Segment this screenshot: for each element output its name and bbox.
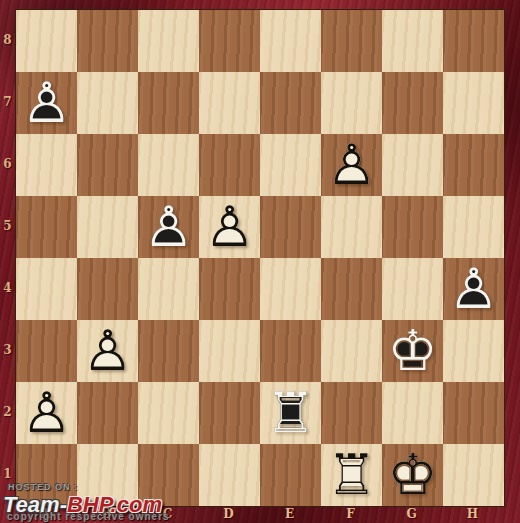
rank-label-6: 6 bbox=[0, 133, 15, 195]
white-pawn: ♟♙ bbox=[16, 382, 77, 444]
black-rook: ♜♖ bbox=[260, 382, 321, 444]
white-pawn: ♟♙ bbox=[77, 320, 138, 382]
square-d2[interactable] bbox=[199, 382, 260, 444]
square-a6[interactable] bbox=[16, 134, 77, 196]
rank-label-4: 4 bbox=[0, 257, 15, 319]
rank-label-8: 8 bbox=[0, 9, 15, 71]
rank-label-3: 3 bbox=[0, 319, 15, 381]
square-f2[interactable] bbox=[321, 382, 382, 444]
black-rook-outline: ♖ bbox=[265, 385, 315, 441]
square-b2[interactable] bbox=[77, 382, 138, 444]
square-a2[interactable]: ♟♙ bbox=[16, 382, 77, 444]
file-label-d: D bbox=[198, 505, 259, 523]
white-pawn: ♟♙ bbox=[199, 196, 260, 258]
square-c4[interactable] bbox=[138, 258, 199, 320]
square-c1[interactable] bbox=[138, 444, 199, 506]
square-g3[interactable]: ♚♔ bbox=[382, 320, 443, 382]
square-g7[interactable] bbox=[382, 72, 443, 134]
square-g6[interactable] bbox=[382, 134, 443, 196]
file-label-a: A bbox=[15, 505, 76, 523]
black-pawn: ♟♙ bbox=[16, 72, 77, 134]
square-g4[interactable] bbox=[382, 258, 443, 320]
black-pawn: ♟♙ bbox=[138, 196, 199, 258]
square-e6[interactable] bbox=[260, 134, 321, 196]
square-e5[interactable] bbox=[260, 196, 321, 258]
square-g5[interactable] bbox=[382, 196, 443, 258]
black-pawn-outline: ♙ bbox=[143, 199, 193, 255]
file-labels: ABCDEFGH bbox=[15, 505, 503, 523]
white-rook-outline: ♖ bbox=[326, 447, 376, 503]
square-d4[interactable] bbox=[199, 258, 260, 320]
black-pawn-outline: ♙ bbox=[448, 261, 498, 317]
square-f8[interactable] bbox=[321, 10, 382, 72]
square-c8[interactable] bbox=[138, 10, 199, 72]
square-d7[interactable] bbox=[199, 72, 260, 134]
square-e1[interactable] bbox=[260, 444, 321, 506]
square-h7[interactable] bbox=[443, 72, 504, 134]
square-a3[interactable] bbox=[16, 320, 77, 382]
rank-labels: 87654321 bbox=[0, 9, 15, 505]
black-pawn: ♟♙ bbox=[443, 258, 504, 320]
square-d1[interactable] bbox=[199, 444, 260, 506]
square-a5[interactable] bbox=[16, 196, 77, 258]
white-pawn-outline: ♙ bbox=[326, 137, 376, 193]
square-h1[interactable] bbox=[443, 444, 504, 506]
square-h4[interactable]: ♟♙ bbox=[443, 258, 504, 320]
square-e8[interactable] bbox=[260, 10, 321, 72]
rank-label-5: 5 bbox=[0, 195, 15, 257]
square-e4[interactable] bbox=[260, 258, 321, 320]
file-label-b: B bbox=[76, 505, 137, 523]
square-h3[interactable] bbox=[443, 320, 504, 382]
rank-label-2: 2 bbox=[0, 381, 15, 443]
white-pawn: ♟♙ bbox=[321, 134, 382, 196]
square-b3[interactable]: ♟♙ bbox=[77, 320, 138, 382]
square-f7[interactable] bbox=[321, 72, 382, 134]
file-label-g: G bbox=[381, 505, 442, 523]
square-a8[interactable] bbox=[16, 10, 77, 72]
square-h8[interactable] bbox=[443, 10, 504, 72]
square-c2[interactable] bbox=[138, 382, 199, 444]
square-f4[interactable] bbox=[321, 258, 382, 320]
file-label-e: E bbox=[259, 505, 320, 523]
black-pawn-outline: ♙ bbox=[21, 75, 71, 131]
square-b4[interactable] bbox=[77, 258, 138, 320]
file-label-f: F bbox=[320, 505, 381, 523]
square-g2[interactable] bbox=[382, 382, 443, 444]
white-pawn-outline: ♙ bbox=[82, 323, 132, 379]
square-a1[interactable] bbox=[16, 444, 77, 506]
square-g1[interactable]: ♚♔ bbox=[382, 444, 443, 506]
square-d6[interactable] bbox=[199, 134, 260, 196]
black-king-outline: ♔ bbox=[387, 323, 437, 379]
square-f5[interactable] bbox=[321, 196, 382, 258]
rank-label-1: 1 bbox=[0, 443, 15, 505]
square-b7[interactable] bbox=[77, 72, 138, 134]
square-e2[interactable]: ♜♖ bbox=[260, 382, 321, 444]
chess-diagram: 87654321 ♟♙♟♙♟♙♟♙♟♙♟♙♚♔♟♙♜♖♜♖♚♔ ABCDEFGH… bbox=[0, 0, 520, 523]
square-c5[interactable]: ♟♙ bbox=[138, 196, 199, 258]
square-b6[interactable] bbox=[77, 134, 138, 196]
square-e7[interactable] bbox=[260, 72, 321, 134]
square-f1[interactable]: ♜♖ bbox=[321, 444, 382, 506]
square-b8[interactable] bbox=[77, 10, 138, 72]
rank-label-7: 7 bbox=[0, 71, 15, 133]
square-c3[interactable] bbox=[138, 320, 199, 382]
square-d5[interactable]: ♟♙ bbox=[199, 196, 260, 258]
white-pawn-outline: ♙ bbox=[204, 199, 254, 255]
white-king: ♚♔ bbox=[382, 444, 443, 506]
square-c6[interactable] bbox=[138, 134, 199, 196]
file-label-h: H bbox=[442, 505, 503, 523]
square-h2[interactable] bbox=[443, 382, 504, 444]
square-h5[interactable] bbox=[443, 196, 504, 258]
square-f6[interactable]: ♟♙ bbox=[321, 134, 382, 196]
square-c7[interactable] bbox=[138, 72, 199, 134]
white-rook: ♜♖ bbox=[321, 444, 382, 506]
square-d3[interactable] bbox=[199, 320, 260, 382]
square-g8[interactable] bbox=[382, 10, 443, 72]
square-b5[interactable] bbox=[77, 196, 138, 258]
square-f3[interactable] bbox=[321, 320, 382, 382]
white-king-outline: ♔ bbox=[387, 447, 437, 503]
white-pawn-outline: ♙ bbox=[21, 385, 71, 441]
square-h6[interactable] bbox=[443, 134, 504, 196]
square-d8[interactable] bbox=[199, 10, 260, 72]
black-king: ♚♔ bbox=[382, 320, 443, 382]
file-label-c: C bbox=[137, 505, 198, 523]
square-a7[interactable]: ♟♙ bbox=[16, 72, 77, 134]
square-a4[interactable] bbox=[16, 258, 77, 320]
chess-board: ♟♙♟♙♟♙♟♙♟♙♟♙♚♔♟♙♜♖♜♖♚♔ bbox=[15, 9, 505, 507]
square-e3[interactable] bbox=[260, 320, 321, 382]
square-b1[interactable] bbox=[77, 444, 138, 506]
